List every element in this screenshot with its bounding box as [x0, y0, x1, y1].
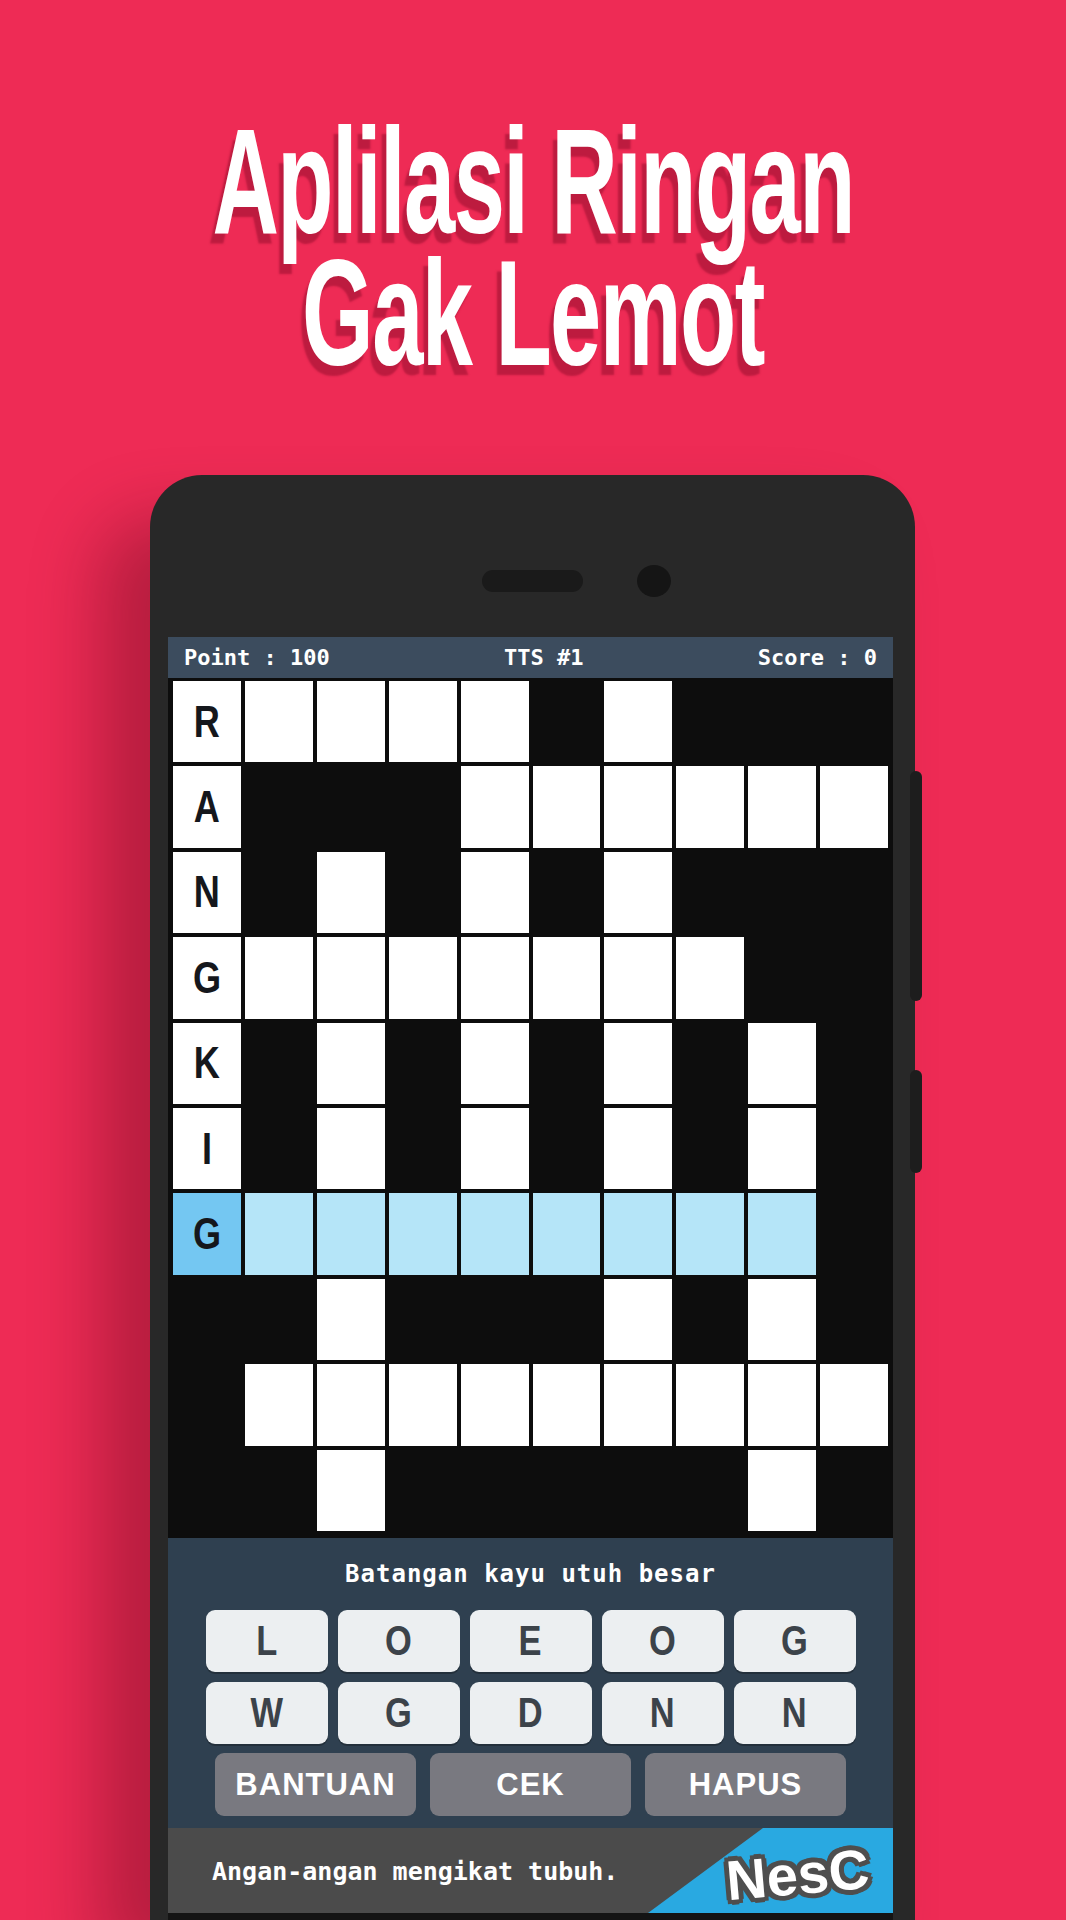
- letter-key-o-12[interactable]: O: [338, 1610, 460, 1672]
- black-cell-r5c10: [820, 1023, 888, 1104]
- black-cell-r4c10: [820, 937, 888, 1018]
- black-cell-r1c6: [533, 681, 601, 762]
- score-label: Score : 0: [758, 645, 877, 670]
- grid-cell-r3c3[interactable]: [317, 852, 385, 933]
- letter-key-l-11[interactable]: L: [206, 1610, 328, 1672]
- black-cell-r6c8: [676, 1108, 744, 1189]
- grid-cell-r6c9[interactable]: [748, 1108, 816, 1189]
- grid-cell-r1c1[interactable]: R: [173, 681, 241, 762]
- letter-keys-row2: WGDNN: [168, 1682, 893, 1744]
- key-letter: O: [385, 1617, 412, 1665]
- grid-cell-r2c1[interactable]: A: [173, 766, 241, 847]
- key-letter: N: [650, 1689, 675, 1737]
- black-cell-r6c6: [533, 1108, 601, 1189]
- black-cell-r10c1: [173, 1450, 241, 1531]
- black-cell-r2c4: [389, 766, 457, 847]
- grid-cell-r2c6[interactable]: [533, 766, 601, 847]
- black-cell-r8c8: [676, 1279, 744, 1360]
- grid-cell-r3c5[interactable]: [461, 852, 529, 933]
- bantuan-button[interactable]: BANTUAN: [215, 1753, 416, 1816]
- points-label: Point : 100: [184, 645, 330, 670]
- black-cell-r10c10: [820, 1450, 888, 1531]
- earpiece-speaker: [482, 570, 583, 592]
- black-cell-r1c8: [676, 681, 744, 762]
- grid-cell-r2c9[interactable]: [748, 766, 816, 847]
- black-cell-r10c5: [461, 1450, 529, 1531]
- letter-key-d-23[interactable]: D: [470, 1682, 592, 1744]
- action-buttons: BANTUANCEKHAPUS: [168, 1753, 893, 1816]
- cell-letter: A: [194, 782, 220, 832]
- black-cell-r8c4: [389, 1279, 457, 1360]
- black-cell-r8c6: [533, 1279, 601, 1360]
- grid-cell-r8c7[interactable]: [604, 1279, 672, 1360]
- cell-letter: N: [194, 867, 220, 917]
- highlighted-cell-r7c5[interactable]: [461, 1193, 529, 1274]
- grid-cell-r4c2[interactable]: [245, 937, 313, 1018]
- grid-cell-r1c4[interactable]: [389, 681, 457, 762]
- black-cell-r10c4: [389, 1450, 457, 1531]
- black-cell-r4c9: [748, 937, 816, 1018]
- grid-cell-r3c1[interactable]: N: [173, 852, 241, 933]
- footer-bar: Angan-angan mengikat tubuh. NesC: [168, 1828, 893, 1913]
- highlighted-cell-r7c3[interactable]: [317, 1193, 385, 1274]
- grid-cell-r2c5[interactable]: [461, 766, 529, 847]
- grid-cell-r9c8[interactable]: [676, 1364, 744, 1445]
- highlighted-cell-r7c9[interactable]: [748, 1193, 816, 1274]
- key-letter: G: [385, 1689, 412, 1737]
- highlighted-cell-r7c4[interactable]: [389, 1193, 457, 1274]
- black-cell-r8c2: [245, 1279, 313, 1360]
- black-cell-r2c2: [245, 766, 313, 847]
- black-cell-r1c10: [820, 681, 888, 762]
- black-cell-r8c10: [820, 1279, 888, 1360]
- grid-cell-r3c7[interactable]: [604, 852, 672, 933]
- promo-title-line2: Gak Lemot: [302, 228, 764, 397]
- black-cell-r9c1: [173, 1364, 241, 1445]
- clue-panel: Batangan kayu utuh besar LOEOG WGDNN BAN…: [168, 1538, 893, 1828]
- letter-key-g-15[interactable]: G: [734, 1610, 856, 1672]
- black-cell-r3c6: [533, 852, 601, 933]
- black-cell-r10c6: [533, 1450, 601, 1531]
- promo-title: Aplilasi Ringan Gak Lemot: [0, 96, 1066, 360]
- black-cell-r3c2: [245, 852, 313, 933]
- grid-cell-r9c9[interactable]: [748, 1364, 816, 1445]
- grid-cell-r4c1[interactable]: G: [173, 937, 241, 1018]
- black-cell-r3c8: [676, 852, 744, 933]
- grid-cell-r2c8[interactable]: [676, 766, 744, 847]
- grid-cell-r10c3[interactable]: [317, 1450, 385, 1531]
- black-cell-r8c1: [173, 1279, 241, 1360]
- black-cell-r8c5: [461, 1279, 529, 1360]
- letter-key-w-21[interactable]: W: [206, 1682, 328, 1744]
- grid-cell-r1c5[interactable]: [461, 681, 529, 762]
- black-cell-r10c7: [604, 1450, 672, 1531]
- grid-cell-r9c7[interactable]: [604, 1364, 672, 1445]
- crossword-grid: RANGKIG: [168, 678, 893, 1538]
- black-cell-r10c8: [676, 1450, 744, 1531]
- grid-cell-r1c2[interactable]: [245, 681, 313, 762]
- black-cell-r5c4: [389, 1023, 457, 1104]
- grid-cell-r9c3[interactable]: [317, 1364, 385, 1445]
- clue-text: Batangan kayu utuh besar: [168, 1560, 893, 1588]
- grid-cell-r4c7[interactable]: [604, 937, 672, 1018]
- grid-cell-r6c5[interactable]: [461, 1108, 529, 1189]
- key-letter: G: [781, 1617, 808, 1665]
- black-cell-r3c10: [820, 852, 888, 933]
- black-cell-r1c9: [748, 681, 816, 762]
- black-cell-r2c3: [317, 766, 385, 847]
- grid-cell-r9c10[interactable]: [820, 1364, 888, 1445]
- black-cell-r10c2: [245, 1450, 313, 1531]
- cell-letter: G: [193, 1209, 221, 1259]
- grid-cell-r4c6[interactable]: [533, 937, 601, 1018]
- grid-cell-r6c1[interactable]: I: [173, 1108, 241, 1189]
- grid-cell-r5c5[interactable]: [461, 1023, 529, 1104]
- puzzle-title: TTS #1: [504, 645, 583, 670]
- cell-letter: K: [194, 1038, 220, 1088]
- grid-cell-r4c5[interactable]: [461, 937, 529, 1018]
- letter-key-g-22[interactable]: G: [338, 1682, 460, 1744]
- letter-key-n-25[interactable]: N: [734, 1682, 856, 1744]
- highlighted-cell-r7c6[interactable]: [533, 1193, 601, 1274]
- key-letter: W: [250, 1689, 283, 1737]
- power-button: [910, 1070, 922, 1173]
- black-cell-r3c4: [389, 852, 457, 933]
- grid-cell-r2c10[interactable]: [820, 766, 888, 847]
- black-cell-r6c10: [820, 1108, 888, 1189]
- black-cell-r5c8: [676, 1023, 744, 1104]
- cek-button[interactable]: CEK: [430, 1753, 631, 1816]
- highlighted-cell-r7c8[interactable]: [676, 1193, 744, 1274]
- grid-cell-r8c3[interactable]: [317, 1279, 385, 1360]
- grid-cell-r4c4[interactable]: [389, 937, 457, 1018]
- grid-cell-r5c3[interactable]: [317, 1023, 385, 1104]
- black-cell-r6c2: [245, 1108, 313, 1189]
- key-letter: O: [649, 1617, 676, 1665]
- grid-cell-r9c6[interactable]: [533, 1364, 601, 1445]
- app-header: Point : 100 TTS #1 Score : 0: [168, 637, 893, 678]
- black-cell-r6c4: [389, 1108, 457, 1189]
- grid-cell-r9c2[interactable]: [245, 1364, 313, 1445]
- black-cell-r3c9: [748, 852, 816, 933]
- phone-mockup: Point : 100 TTS #1 Score : 0 RANGKIG Bat…: [150, 475, 915, 1920]
- letter-key-n-24[interactable]: N: [602, 1682, 724, 1744]
- cell-letter: R: [194, 697, 220, 747]
- highlighted-cell-r7c7[interactable]: [604, 1193, 672, 1274]
- brand-logo: NesC: [723, 1836, 871, 1913]
- footer-hint: Angan-angan mengikat tubuh.: [212, 1856, 618, 1885]
- grid-cell-r5c1[interactable]: K: [173, 1023, 241, 1104]
- promo-screenshot: Aplilasi Ringan Gak Lemot Point : 100 TT…: [0, 0, 1066, 1920]
- grid-cell-r5c9[interactable]: [748, 1023, 816, 1104]
- black-cell-r5c2: [245, 1023, 313, 1104]
- grid-cell-r2c7[interactable]: [604, 766, 672, 847]
- letter-keys-row1: LOEOG: [168, 1610, 893, 1672]
- grid-cell-r1c7[interactable]: [604, 681, 672, 762]
- highlighted-cell-r7c2[interactable]: [245, 1193, 313, 1274]
- key-letter: L: [256, 1617, 277, 1665]
- letter-key-o-14[interactable]: O: [602, 1610, 724, 1672]
- volume-button: [910, 771, 922, 1001]
- grid-cell-r10c9[interactable]: [748, 1450, 816, 1531]
- grid-cell-r8c9[interactable]: [748, 1279, 816, 1360]
- selected-cell-r7c1[interactable]: G: [173, 1193, 241, 1274]
- app-screen: Point : 100 TTS #1 Score : 0 RANGKIG Bat…: [168, 637, 893, 1920]
- screen-bottom-strip: [168, 1913, 893, 1920]
- grid-cell-r5c7[interactable]: [604, 1023, 672, 1104]
- grid-cell-r9c5[interactable]: [461, 1364, 529, 1445]
- letter-key-e-13[interactable]: E: [470, 1610, 592, 1672]
- cell-letter: G: [193, 953, 221, 1003]
- cell-letter: I: [202, 1124, 212, 1174]
- black-cell-r7c10: [820, 1193, 888, 1274]
- grid-cell-r4c3[interactable]: [317, 937, 385, 1018]
- grid-cell-r6c7[interactable]: [604, 1108, 672, 1189]
- grid-cell-r9c4[interactable]: [389, 1364, 457, 1445]
- front-camera: [637, 565, 671, 597]
- grid-cell-r4c8[interactable]: [676, 937, 744, 1018]
- key-letter: N: [782, 1689, 807, 1737]
- key-letter: D: [518, 1689, 543, 1737]
- grid-cell-r6c3[interactable]: [317, 1108, 385, 1189]
- key-letter: E: [519, 1617, 542, 1665]
- hapus-button[interactable]: HAPUS: [645, 1753, 846, 1816]
- black-cell-r5c6: [533, 1023, 601, 1104]
- grid-cell-r1c3[interactable]: [317, 681, 385, 762]
